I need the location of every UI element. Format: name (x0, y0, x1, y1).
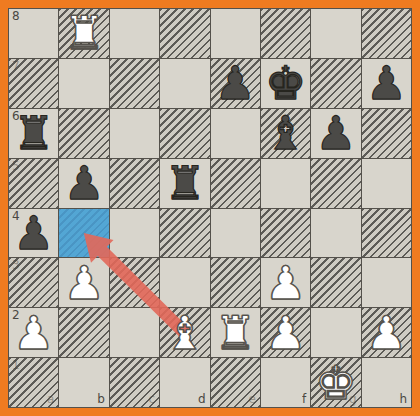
white-pawn-f3[interactable]: ♟ (261, 258, 310, 307)
black-pawn-a4[interactable]: ♟ (9, 209, 58, 258)
square-f2[interactable]: ♟ (261, 308, 310, 357)
square-c8[interactable] (110, 9, 159, 58)
square-a1[interactable]: 1a (9, 358, 58, 407)
square-c5[interactable] (110, 159, 159, 208)
rank-label-7: 7 (12, 60, 20, 73)
square-a8[interactable]: 8 (9, 9, 58, 58)
square-h4[interactable] (362, 209, 411, 258)
square-f4[interactable] (261, 209, 310, 258)
square-b7[interactable] (59, 59, 108, 108)
square-a3[interactable]: 3 (9, 258, 58, 307)
square-d1[interactable]: d (160, 358, 209, 407)
square-d7[interactable] (160, 59, 209, 108)
white-pawn-f2[interactable]: ♟ (261, 308, 310, 357)
square-e1[interactable]: e (211, 358, 260, 407)
square-e5[interactable] (211, 159, 260, 208)
square-c3[interactable] (110, 258, 159, 307)
square-d2[interactable]: ♝ (160, 308, 209, 357)
file-label-f: f (302, 393, 306, 406)
square-b3[interactable]: ♟ (59, 258, 108, 307)
square-h2[interactable]: ♟ (362, 308, 411, 357)
white-bishop-d2[interactable]: ♝ (160, 308, 209, 357)
black-pawn-b5[interactable]: ♟ (59, 159, 108, 208)
square-d4[interactable] (160, 209, 209, 258)
square-a6[interactable]: 6♜ (9, 109, 58, 158)
square-h8[interactable] (362, 9, 411, 58)
rank-label-1: 1 (12, 359, 20, 372)
white-rook-e2[interactable]: ♜ (211, 308, 260, 357)
file-label-d: d (198, 393, 206, 406)
square-f6[interactable]: ♝ (261, 109, 310, 158)
square-c7[interactable] (110, 59, 159, 108)
square-f5[interactable] (261, 159, 310, 208)
black-rook-d5[interactable]: ♜ (160, 159, 209, 208)
square-f3[interactable]: ♟ (261, 258, 310, 307)
black-pawn-e7[interactable]: ♟ (211, 59, 260, 108)
file-label-h: h (399, 393, 407, 406)
white-pawn-a2[interactable]: ♟ (9, 308, 58, 357)
square-h1[interactable]: h (362, 358, 411, 407)
square-h3[interactable] (362, 258, 411, 307)
square-a2[interactable]: 2♟ (9, 308, 58, 357)
square-g4[interactable] (311, 209, 360, 258)
square-g8[interactable] (311, 9, 360, 58)
rank-label-3: 3 (12, 259, 20, 272)
square-e8[interactable] (211, 9, 260, 58)
square-e4[interactable] (211, 209, 260, 258)
square-e6[interactable] (211, 109, 260, 158)
square-g5[interactable] (311, 159, 360, 208)
square-a5[interactable]: 5 (9, 159, 58, 208)
square-b1[interactable]: b (59, 358, 108, 407)
white-rook-b8[interactable]: ♜ (59, 9, 108, 58)
square-b2[interactable] (59, 308, 108, 357)
square-f7[interactable]: ♚ (261, 59, 310, 108)
black-rook-a6[interactable]: ♜ (9, 109, 58, 158)
file-label-e: e (248, 393, 255, 406)
square-e2[interactable]: ♜ (211, 308, 260, 357)
square-g1[interactable]: g♚ (311, 358, 360, 407)
black-pawn-h7[interactable]: ♟ (362, 59, 411, 108)
square-g3[interactable] (311, 258, 360, 307)
file-label-b: b (97, 393, 105, 406)
square-g6[interactable]: ♟ (311, 109, 360, 158)
square-g7[interactable] (311, 59, 360, 108)
white-pawn-h2[interactable]: ♟ (362, 308, 411, 357)
square-a7[interactable]: 7 (9, 59, 58, 108)
square-d8[interactable] (160, 9, 209, 58)
square-b5[interactable]: ♟ (59, 159, 108, 208)
square-e7[interactable]: ♟ (211, 59, 260, 108)
square-f8[interactable] (261, 9, 310, 58)
square-h7[interactable]: ♟ (362, 59, 411, 108)
white-pawn-b3[interactable]: ♟ (59, 258, 108, 307)
square-c2[interactable] (110, 308, 159, 357)
square-c4[interactable] (110, 209, 159, 258)
black-king-f7[interactable]: ♚ (261, 59, 310, 108)
black-bishop-f6[interactable]: ♝ (261, 109, 310, 158)
square-h5[interactable] (362, 159, 411, 208)
square-b8[interactable]: ♜ (59, 9, 108, 58)
square-d6[interactable] (160, 109, 209, 158)
square-h6[interactable] (362, 109, 411, 158)
square-e3[interactable] (211, 258, 260, 307)
chess-board: 8♜7♟♚♟6♜♝♟5♟♜4♟3♟♟2♟♝♜♟♟1abcdefg♚h (8, 8, 412, 408)
square-a4[interactable]: 4♟ (9, 209, 58, 258)
square-c1[interactable]: c (110, 358, 159, 407)
square-d5[interactable]: ♜ (160, 159, 209, 208)
black-pawn-g6[interactable]: ♟ (311, 109, 360, 158)
square-d3[interactable] (160, 258, 209, 307)
rank-label-5: 5 (12, 160, 20, 173)
file-label-a: a (47, 393, 54, 406)
square-g2[interactable] (311, 308, 360, 357)
chess-board-frame: 8♜7♟♚♟6♜♝♟5♟♜4♟3♟♟2♟♝♜♟♟1abcdefg♚h (0, 0, 420, 416)
white-king-g1[interactable]: ♚ (311, 358, 360, 407)
file-label-c: c (149, 393, 156, 406)
rank-label-8: 8 (12, 10, 20, 23)
square-c6[interactable] (110, 109, 159, 158)
square-b6[interactable] (59, 109, 108, 158)
square-f1[interactable]: f (261, 358, 310, 407)
square-b4[interactable] (59, 209, 108, 258)
